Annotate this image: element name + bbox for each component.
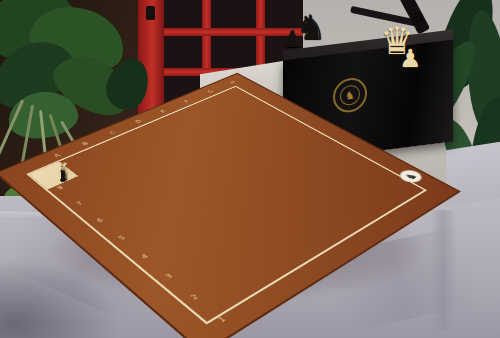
file-label-G: G [206, 89, 214, 93]
file-label-E: E [159, 109, 167, 113]
display-white-pawn: ♟ [399, 46, 421, 71]
phone-booth-handle [146, 6, 155, 20]
file-label-C: C [108, 130, 116, 135]
box-crest-knight-icon: ♞ [340, 84, 360, 106]
rank-label-1: 1 [217, 315, 228, 323]
file-label-A: A [53, 153, 62, 158]
file-label-D: D [134, 119, 143, 124]
file-label-H: H [228, 80, 236, 84]
table-edge-right [446, 142, 500, 207]
file-label-F: F [183, 99, 190, 103]
file-label-B: B [81, 141, 89, 146]
cloth-fold [430, 210, 456, 330]
box-crest-icon: ♞ [333, 76, 367, 114]
product-photo-scene: ♞ ♞ ♟ ♛ ♟ ♜♝♛♚♝♜♞♟♟♞♟♟♞♛♟♝♟♞♟♟♝♟♟♚♜ ♞ AB… [0, 0, 500, 338]
display-black-pawn: ♟ [282, 28, 303, 51]
